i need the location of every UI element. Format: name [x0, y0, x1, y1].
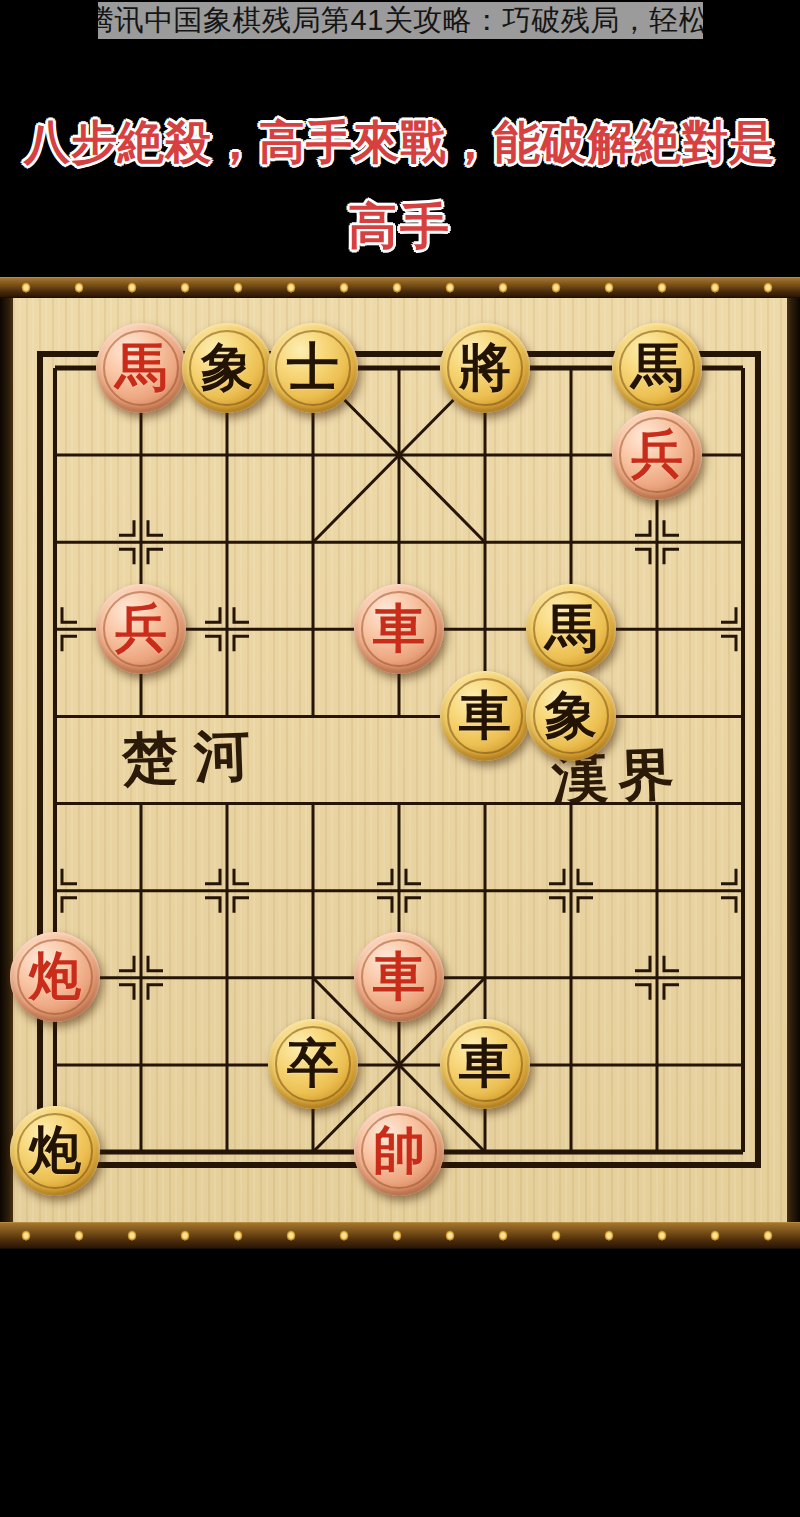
xiangqi-board-area: 楚河 漢界 馬象士將馬兵兵車馬車象炮車卒車炮帥	[0, 277, 800, 1247]
piece-black-general[interactable]: 將	[440, 323, 530, 413]
piece-black-chariot[interactable]: 車	[440, 671, 530, 761]
piece-glyph: 馬	[545, 603, 597, 655]
piece-glyph: 車	[373, 603, 425, 655]
piece-glyph: 車	[373, 951, 425, 1003]
piece-glyph: 將	[459, 342, 511, 394]
piece-red-soldier[interactable]: 兵	[612, 410, 702, 500]
piece-glyph: 象	[201, 342, 253, 394]
piece-glyph: 帥	[373, 1125, 425, 1177]
piece-black-elephant[interactable]: 象	[182, 323, 272, 413]
piece-red-horse[interactable]: 馬	[96, 323, 186, 413]
piece-red-chariot[interactable]: 車	[354, 584, 444, 674]
piece-red-general[interactable]: 帥	[354, 1106, 444, 1196]
piece-black-soldier[interactable]: 卒	[268, 1019, 358, 1109]
piece-black-chariot[interactable]: 車	[440, 1019, 530, 1109]
piece-glyph: 兵	[115, 603, 167, 655]
banner-line-2: 高手	[0, 194, 800, 260]
piece-red-chariot[interactable]: 車	[354, 932, 444, 1022]
page: 腾讯中国象棋残局第41关攻略：巧破残局，轻松通关的 八步絶殺，高手來戰，能破解絶…	[0, 0, 800, 1517]
bottom-stud-strip	[0, 1222, 800, 1249]
piece-glyph: 象	[545, 690, 597, 742]
video-title-text: 腾讯中国象棋残局第41关攻略：巧破残局，轻松通关的	[98, 2, 703, 39]
piece-black-advisor[interactable]: 士	[268, 323, 358, 413]
piece-glyph: 士	[287, 342, 339, 394]
board-right-edge	[787, 277, 800, 1247]
piece-black-horse[interactable]: 馬	[612, 323, 702, 413]
piece-glyph: 炮	[29, 1125, 81, 1177]
piece-glyph: 炮	[29, 951, 81, 1003]
piece-red-cannon[interactable]: 炮	[10, 932, 100, 1022]
video-title-bar: 腾讯中国象棋残局第41关攻略：巧破残局，轻松通关的	[98, 2, 703, 39]
piece-black-cannon[interactable]: 炮	[10, 1106, 100, 1196]
pieces-grid: 馬象士將馬兵兵車馬車象炮車卒車炮帥	[12, 324, 786, 1194]
piece-glyph: 車	[459, 1038, 511, 1090]
piece-black-horse[interactable]: 馬	[526, 584, 616, 674]
banner-line-1: 八步絶殺，高手來戰，能破解絶對是	[0, 112, 800, 174]
piece-glyph: 馬	[631, 342, 683, 394]
piece-black-elephant[interactable]: 象	[526, 671, 616, 761]
piece-glyph: 卒	[287, 1038, 339, 1090]
piece-red-soldier[interactable]: 兵	[96, 584, 186, 674]
piece-glyph: 馬	[115, 342, 167, 394]
piece-glyph: 車	[459, 690, 511, 742]
piece-glyph: 兵	[631, 429, 683, 481]
top-stud-strip	[0, 277, 800, 298]
